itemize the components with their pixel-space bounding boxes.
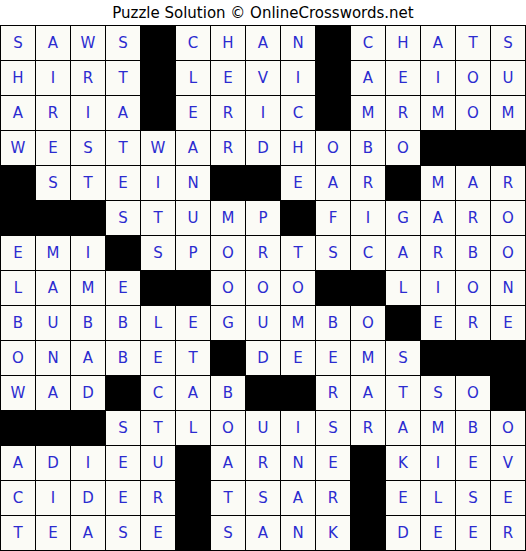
black-cell: [246, 166, 280, 200]
black-cell: [316, 271, 350, 305]
letter-cell: B: [1, 306, 35, 340]
black-cell: [281, 376, 315, 410]
black-cell: [36, 201, 70, 235]
letter-cell: A: [71, 341, 105, 375]
letter-cell: D: [246, 341, 280, 375]
letter-cell: C: [351, 236, 385, 270]
letter-cell: I: [421, 61, 455, 95]
letter-cell: M: [211, 201, 245, 235]
letter-cell: E: [176, 306, 210, 340]
letter-cell: C: [351, 26, 385, 60]
letter-cell: L: [176, 61, 210, 95]
letter-cell: U: [141, 446, 175, 480]
letter-cell: I: [281, 411, 315, 445]
letter-cell: A: [106, 96, 140, 130]
black-cell: [386, 306, 420, 340]
letter-cell: A: [316, 166, 350, 200]
letter-cell: B: [316, 306, 350, 340]
letter-cell: E: [176, 96, 210, 130]
letter-cell: O: [351, 306, 385, 340]
letter-cell: A: [36, 26, 70, 60]
letter-cell: L: [421, 481, 455, 515]
letter-cell: A: [176, 376, 210, 410]
letter-cell: C: [1, 481, 35, 515]
black-cell: [491, 376, 525, 410]
letter-cell: B: [456, 236, 490, 270]
black-cell: [176, 516, 210, 550]
letter-cell: O: [491, 201, 525, 235]
letter-cell: U: [176, 201, 210, 235]
letter-cell: U: [246, 306, 280, 340]
letter-cell: K: [386, 446, 420, 480]
letter-cell: N: [36, 341, 70, 375]
black-cell: [456, 131, 490, 165]
letter-cell: B: [211, 376, 245, 410]
letter-cell: A: [1, 446, 35, 480]
letter-cell: A: [386, 236, 420, 270]
letter-cell: E: [491, 306, 525, 340]
black-cell: [421, 341, 455, 375]
letter-cell: A: [176, 131, 210, 165]
letter-cell: O: [1, 341, 35, 375]
letter-cell: N: [281, 26, 315, 60]
black-cell: [211, 341, 245, 375]
letter-cell: S: [106, 411, 140, 445]
letter-cell: M: [491, 96, 525, 130]
black-cell: [351, 446, 385, 480]
letter-cell: M: [71, 271, 105, 305]
letter-cell: A: [36, 271, 70, 305]
letter-cell: E: [106, 166, 140, 200]
letter-cell: M: [421, 96, 455, 130]
letter-cell: R: [246, 446, 280, 480]
black-cell: [351, 271, 385, 305]
letter-cell: I: [71, 446, 105, 480]
black-cell: [211, 166, 245, 200]
letter-cell: S: [246, 481, 280, 515]
letter-cell: E: [106, 271, 140, 305]
letter-cell: I: [421, 271, 455, 305]
letter-cell: M: [421, 166, 455, 200]
letter-cell: S: [71, 131, 105, 165]
letter-cell: M: [351, 96, 385, 130]
letter-cell: E: [106, 446, 140, 480]
letter-cell: R: [36, 96, 70, 130]
letter-cell: M: [421, 411, 455, 445]
letter-cell: D: [386, 516, 420, 550]
letter-cell: O: [456, 376, 490, 410]
letter-cell: B: [106, 306, 140, 340]
letter-cell: L: [141, 306, 175, 340]
letter-cell: N: [176, 166, 210, 200]
black-cell: [71, 411, 105, 445]
letter-cell: G: [386, 201, 420, 235]
letter-cell: B: [106, 341, 140, 375]
letter-cell: T: [106, 131, 140, 165]
letter-cell: S: [491, 26, 525, 60]
letter-cell: E: [281, 166, 315, 200]
letter-cell: S: [1, 26, 35, 60]
letter-cell: U: [491, 61, 525, 95]
letter-cell: R: [421, 236, 455, 270]
letter-cell: N: [281, 516, 315, 550]
page-title: Puzzle Solution © OnlineCrosswords.net: [0, 0, 526, 25]
letter-cell: T: [456, 26, 490, 60]
black-cell: [36, 411, 70, 445]
letter-cell: E: [106, 481, 140, 515]
letter-cell: F: [316, 201, 350, 235]
letter-cell: L: [1, 271, 35, 305]
black-cell: [456, 341, 490, 375]
black-cell: [176, 481, 210, 515]
letter-cell: R: [491, 166, 525, 200]
letter-cell: M: [281, 306, 315, 340]
letter-cell: G: [211, 306, 245, 340]
black-cell: [106, 236, 140, 270]
letter-cell: I: [71, 96, 105, 130]
letter-cell: A: [246, 26, 280, 60]
letter-cell: A: [351, 376, 385, 410]
letter-cell: S: [386, 341, 420, 375]
letter-cell: A: [1, 96, 35, 130]
letter-cell: P: [246, 201, 280, 235]
letter-cell: A: [246, 516, 280, 550]
letter-cell: R: [456, 201, 490, 235]
crossword-grid: SAWSCHANCHATSHIRTLEVIAEIOUARIAERICMRMOMW…: [0, 25, 526, 551]
letter-cell: O: [386, 131, 420, 165]
letter-cell: S: [106, 26, 140, 60]
letter-cell: U: [36, 306, 70, 340]
black-cell: [1, 201, 35, 235]
black-cell: [281, 201, 315, 235]
letter-cell: O: [456, 96, 490, 130]
black-cell: [1, 411, 35, 445]
black-cell: [106, 376, 140, 410]
letter-cell: T: [176, 341, 210, 375]
puzzle-solution-page: Puzzle Solution © OnlineCrosswords.net S…: [0, 0, 526, 551]
letter-cell: D: [246, 131, 280, 165]
letter-cell: I: [141, 166, 175, 200]
letter-cell: B: [456, 411, 490, 445]
letter-cell: E: [316, 446, 350, 480]
letter-cell: R: [351, 166, 385, 200]
black-cell: [141, 96, 175, 130]
letter-cell: K: [316, 516, 350, 550]
letter-cell: O: [491, 236, 525, 270]
letter-cell: S: [316, 411, 350, 445]
letter-cell: E: [491, 481, 525, 515]
letter-cell: S: [36, 166, 70, 200]
letter-cell: E: [386, 61, 420, 95]
letter-cell: C: [141, 376, 175, 410]
letter-cell: A: [211, 446, 245, 480]
letter-cell: C: [281, 96, 315, 130]
letter-cell: O: [281, 271, 315, 305]
letter-cell: R: [316, 481, 350, 515]
letter-cell: O: [491, 411, 525, 445]
black-cell: [141, 26, 175, 60]
letter-cell: I: [351, 201, 385, 235]
letter-cell: W: [71, 26, 105, 60]
letter-cell: T: [281, 236, 315, 270]
letter-cell: E: [141, 516, 175, 550]
letter-cell: I: [36, 481, 70, 515]
letter-cell: L: [176, 411, 210, 445]
letter-cell: E: [36, 516, 70, 550]
letter-cell: P: [176, 236, 210, 270]
letter-cell: R: [386, 96, 420, 130]
letter-cell: R: [491, 516, 525, 550]
letter-cell: O: [316, 131, 350, 165]
letter-cell: O: [246, 271, 280, 305]
letter-cell: N: [491, 271, 525, 305]
black-cell: [421, 131, 455, 165]
letter-cell: O: [456, 61, 490, 95]
letter-cell: A: [421, 201, 455, 235]
letter-cell: C: [176, 26, 210, 60]
letter-cell: E: [421, 516, 455, 550]
letter-cell: S: [456, 481, 490, 515]
black-cell: [246, 376, 280, 410]
letter-cell: A: [71, 516, 105, 550]
letter-cell: E: [316, 341, 350, 375]
letter-cell: I: [246, 96, 280, 130]
letter-cell: H: [386, 26, 420, 60]
letter-cell: U: [246, 411, 280, 445]
letter-cell: R: [211, 96, 245, 130]
letter-cell: S: [316, 236, 350, 270]
letter-cell: H: [1, 61, 35, 95]
letter-cell: T: [211, 481, 245, 515]
black-cell: [491, 131, 525, 165]
letter-cell: T: [386, 376, 420, 410]
letter-cell: O: [456, 271, 490, 305]
black-cell: [386, 166, 420, 200]
letter-cell: D: [71, 376, 105, 410]
letter-cell: A: [386, 411, 420, 445]
letter-cell: R: [71, 61, 105, 95]
black-cell: [71, 201, 105, 235]
letter-cell: H: [211, 26, 245, 60]
black-cell: [141, 61, 175, 95]
letter-cell: A: [421, 26, 455, 60]
letter-cell: R: [456, 306, 490, 340]
letter-cell: B: [71, 306, 105, 340]
letter-cell: I: [71, 236, 105, 270]
black-cell: [491, 341, 525, 375]
letter-cell: E: [141, 341, 175, 375]
letter-cell: R: [211, 131, 245, 165]
letter-cell: W: [1, 131, 35, 165]
letter-cell: A: [351, 61, 385, 95]
letter-cell: M: [36, 236, 70, 270]
letter-cell: E: [211, 61, 245, 95]
black-cell: [351, 481, 385, 515]
letter-cell: S: [211, 516, 245, 550]
black-cell: [316, 96, 350, 130]
black-cell: [176, 271, 210, 305]
letter-cell: I: [421, 446, 455, 480]
letter-cell: E: [1, 236, 35, 270]
letter-cell: S: [106, 201, 140, 235]
letter-cell: W: [141, 131, 175, 165]
letter-cell: T: [141, 201, 175, 235]
black-cell: [141, 271, 175, 305]
letter-cell: S: [421, 376, 455, 410]
letter-cell: R: [316, 376, 350, 410]
letter-cell: H: [281, 131, 315, 165]
letter-cell: A: [456, 166, 490, 200]
letter-cell: E: [281, 341, 315, 375]
letter-cell: D: [36, 446, 70, 480]
letter-cell: S: [106, 516, 140, 550]
letter-cell: O: [211, 271, 245, 305]
letter-cell: S: [141, 236, 175, 270]
black-cell: [176, 446, 210, 480]
letter-cell: D: [71, 481, 105, 515]
letter-cell: R: [141, 481, 175, 515]
black-cell: [316, 26, 350, 60]
letter-cell: I: [36, 61, 70, 95]
letter-cell: W: [1, 376, 35, 410]
letter-cell: M: [351, 341, 385, 375]
letter-cell: L: [386, 271, 420, 305]
letter-cell: E: [421, 306, 455, 340]
letter-cell: N: [281, 446, 315, 480]
letter-cell: O: [211, 236, 245, 270]
letter-cell: B: [351, 131, 385, 165]
letter-cell: V: [246, 61, 280, 95]
letter-cell: E: [456, 446, 490, 480]
letter-cell: E: [456, 516, 490, 550]
letter-cell: T: [106, 61, 140, 95]
letter-cell: R: [246, 236, 280, 270]
letter-cell: T: [1, 516, 35, 550]
letter-cell: A: [36, 376, 70, 410]
black-cell: [351, 516, 385, 550]
letter-cell: V: [491, 446, 525, 480]
letter-cell: E: [386, 481, 420, 515]
letter-cell: I: [281, 61, 315, 95]
letter-cell: O: [211, 411, 245, 445]
letter-cell: E: [36, 131, 70, 165]
letter-cell: R: [351, 411, 385, 445]
letter-cell: T: [141, 411, 175, 445]
black-cell: [316, 61, 350, 95]
letter-cell: A: [281, 481, 315, 515]
black-cell: [1, 166, 35, 200]
letter-cell: T: [71, 166, 105, 200]
